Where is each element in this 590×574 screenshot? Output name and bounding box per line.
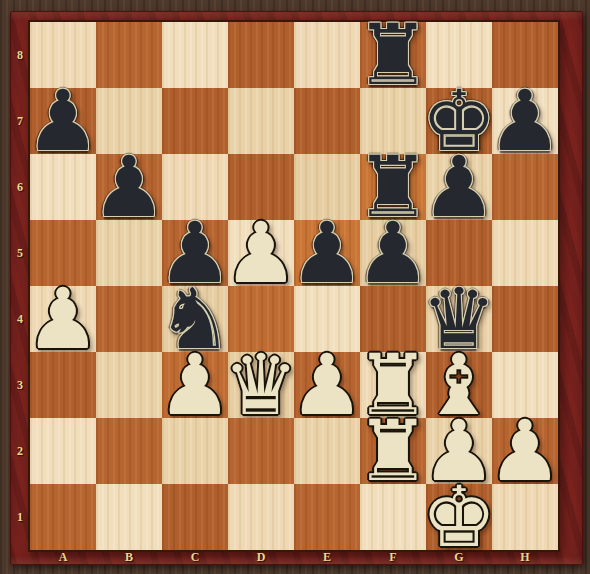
square-a1[interactable] [30,484,96,550]
piece-white-pawn-a4[interactable]: ♟ [25,277,100,361]
file-label-h: H [492,550,558,565]
square-h6[interactable] [492,154,558,220]
square-g6[interactable]: ♟ [426,154,492,220]
piece-white-pawn-e3[interactable]: ♟ [289,343,364,427]
square-h7[interactable]: ♟ [492,88,558,154]
rank-label-1: 1 [10,484,30,550]
square-e8[interactable] [294,22,360,88]
piece-black-pawn-a7[interactable]: ♟ [25,79,100,163]
square-b4[interactable] [96,286,162,352]
square-e3[interactable]: ♟ [294,352,360,418]
piece-black-pawn-f5[interactable]: ♟ [355,211,430,295]
square-c8[interactable] [162,22,228,88]
piece-black-pawn-e5[interactable]: ♟ [289,211,364,295]
square-c3[interactable]: ♟ [162,352,228,418]
square-f1[interactable] [360,484,426,550]
piece-black-pawn-b6[interactable]: ♟ [91,145,166,229]
square-f2[interactable]: ♜ [360,418,426,484]
square-h4[interactable] [492,286,558,352]
square-e1[interactable] [294,484,360,550]
rank-label-3: 3 [10,352,30,418]
piece-black-rook-f8[interactable]: ♜ [355,13,430,97]
square-c7[interactable] [162,88,228,154]
square-d1[interactable] [228,484,294,550]
square-g1[interactable]: ♚ [426,484,492,550]
square-d3[interactable]: ♛ [228,352,294,418]
square-h2[interactable]: ♟ [492,418,558,484]
file-label-a: A [30,550,96,565]
rank-label-2: 2 [10,418,30,484]
square-b5[interactable] [96,220,162,286]
piece-white-pawn-h2[interactable]: ♟ [487,409,562,493]
rank-label-4: 4 [10,286,30,352]
file-label-b: B [96,550,162,565]
piece-white-pawn-d5[interactable]: ♟ [223,211,298,295]
square-d7[interactable] [228,88,294,154]
chess-board: ♜♟♚♟♟♜♟♟♟♟♟♟♞♛♟♛♟♜♝♜♟♟♚ [30,22,558,550]
piece-black-pawn-h7[interactable]: ♟ [487,79,562,163]
square-c2[interactable] [162,418,228,484]
chess-app: ♜♟♚♟♟♜♟♟♟♟♟♟♞♛♟♛♟♜♝♜♟♟♚ 87654321 ABCDEFG… [0,0,590,574]
square-b3[interactable] [96,352,162,418]
file-label-e: E [294,550,360,565]
square-b6[interactable]: ♟ [96,154,162,220]
square-f8[interactable]: ♜ [360,22,426,88]
square-a7[interactable]: ♟ [30,88,96,154]
file-label-f: F [360,550,426,565]
square-h5[interactable] [492,220,558,286]
square-b1[interactable] [96,484,162,550]
piece-white-rook-f2[interactable]: ♜ [355,409,430,493]
piece-white-pawn-c3[interactable]: ♟ [157,343,232,427]
square-e7[interactable] [294,88,360,154]
square-a4[interactable]: ♟ [30,286,96,352]
file-label-d: D [228,550,294,565]
piece-black-pawn-g6[interactable]: ♟ [421,145,496,229]
rank-label-5: 5 [10,220,30,286]
square-f5[interactable]: ♟ [360,220,426,286]
file-label-g: G [426,550,492,565]
rank-label-6: 6 [10,154,30,220]
square-c1[interactable] [162,484,228,550]
square-b2[interactable] [96,418,162,484]
square-h1[interactable] [492,484,558,550]
square-a2[interactable] [30,418,96,484]
square-d5[interactable]: ♟ [228,220,294,286]
square-b8[interactable] [96,22,162,88]
square-a3[interactable] [30,352,96,418]
rank-label-7: 7 [10,88,30,154]
square-a6[interactable] [30,154,96,220]
square-e2[interactable] [294,418,360,484]
square-d8[interactable] [228,22,294,88]
piece-white-king-g1[interactable]: ♚ [421,475,496,559]
file-label-c: C [162,550,228,565]
square-e5[interactable]: ♟ [294,220,360,286]
rank-label-8: 8 [10,22,30,88]
square-d2[interactable] [228,418,294,484]
piece-white-queen-d3[interactable]: ♛ [223,343,298,427]
